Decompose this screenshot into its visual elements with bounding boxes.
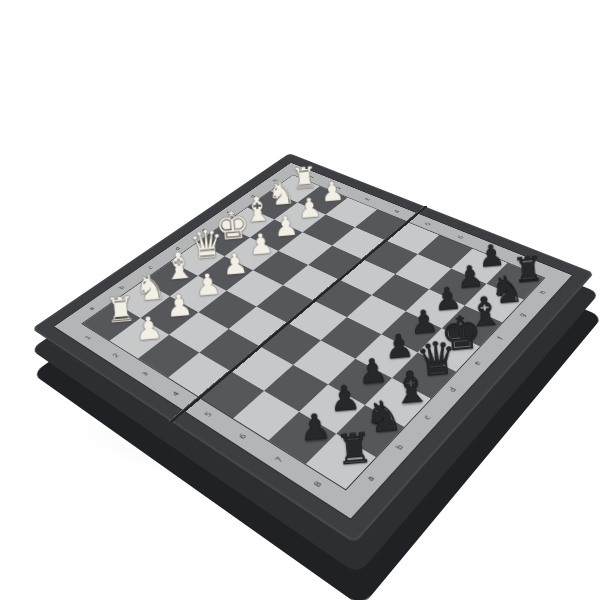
square-f2[interactable]: ♟ <box>250 220 302 251</box>
square-g3[interactable] <box>303 215 355 246</box>
square-f1[interactable]: ♝ <box>223 207 274 237</box>
square-h4[interactable] <box>355 210 407 241</box>
coordinate-label: 1 <box>293 168 330 186</box>
square-d3[interactable] <box>227 270 283 306</box>
coordinate-label: d <box>158 236 197 261</box>
coordinate-label: 4 <box>377 201 418 222</box>
square-h3[interactable] <box>326 198 377 228</box>
coordinate-label: 6 <box>439 226 482 249</box>
square-h2[interactable]: ♟ <box>298 186 348 214</box>
square-g5[interactable] <box>363 240 418 274</box>
white-rook-h1[interactable]: ♜ <box>286 162 324 194</box>
square-e3[interactable] <box>253 251 308 285</box>
square-e4[interactable] <box>283 265 339 301</box>
white-bishop-f1[interactable]: ♝ <box>238 191 278 228</box>
white-pawn-h2[interactable]: ♟ <box>313 177 351 206</box>
chess-board-frame: abcdefgh abcdefgh 12345678 12345678 ♜♞♝♛… <box>32 153 595 543</box>
square-g2[interactable]: ♟ <box>274 203 325 233</box>
coordinate-label: g <box>235 186 271 208</box>
coordinate-label: f <box>210 202 247 225</box>
square-g4[interactable] <box>332 227 386 259</box>
white-queen-d1[interactable]: ♛ <box>186 224 228 266</box>
board-surface: abcdefgh abcdefgh 12345678 12345678 ♜♞♝♛… <box>53 162 573 520</box>
white-pawn-a2[interactable]: ♟ <box>126 312 171 347</box>
square-e1[interactable]: ♚ <box>198 225 251 257</box>
product-photo: abcdefgh abcdefgh 12345678 12345678 ♜♞♝♛… <box>0 0 600 600</box>
square-f4[interactable] <box>308 246 363 280</box>
coordinate-label: c <box>130 255 171 281</box>
square-d1[interactable]: ♛ <box>171 243 225 276</box>
black-rook-a8[interactable]: ♜ <box>327 426 381 472</box>
square-f3[interactable] <box>278 232 332 265</box>
white-pawn-f2[interactable]: ♟ <box>266 211 306 242</box>
white-knight-g1[interactable]: ♞ <box>262 177 301 212</box>
board-tilt-wrapper: abcdefgh abcdefgh 12345678 12345678 ♜♞♝♛… <box>0 0 600 600</box>
square-h5[interactable] <box>386 222 439 254</box>
square-h1[interactable]: ♜ <box>271 175 320 202</box>
coordinate-label: e <box>185 219 223 243</box>
white-bishop-c1[interactable]: ♝ <box>158 246 201 286</box>
white-pawn-e2[interactable]: ♟ <box>241 229 282 260</box>
white-pawn-g2[interactable]: ♟ <box>290 193 329 223</box>
square-g1[interactable]: ♞ <box>247 191 297 220</box>
coordinate-label: 2 <box>320 179 358 198</box>
board-plane: abcdefgh abcdefgh 12345678 12345678 ♜♞♝♛… <box>32 153 595 543</box>
square-d2[interactable]: ♟ <box>198 256 253 291</box>
board-perspective: abcdefgh abcdefgh 12345678 12345678 ♜♞♝♛… <box>97 84 530 517</box>
square-e5[interactable] <box>314 280 372 318</box>
coordinate-label: 5 <box>407 213 449 235</box>
square-e2[interactable]: ♟ <box>225 237 279 270</box>
white-king-e1[interactable]: ♚ <box>212 205 253 247</box>
coordinate-label: 3 <box>348 190 387 210</box>
square-f5[interactable] <box>339 260 395 296</box>
coordinate-label: h <box>258 170 293 191</box>
white-pawn-d2[interactable]: ♟ <box>214 248 256 280</box>
